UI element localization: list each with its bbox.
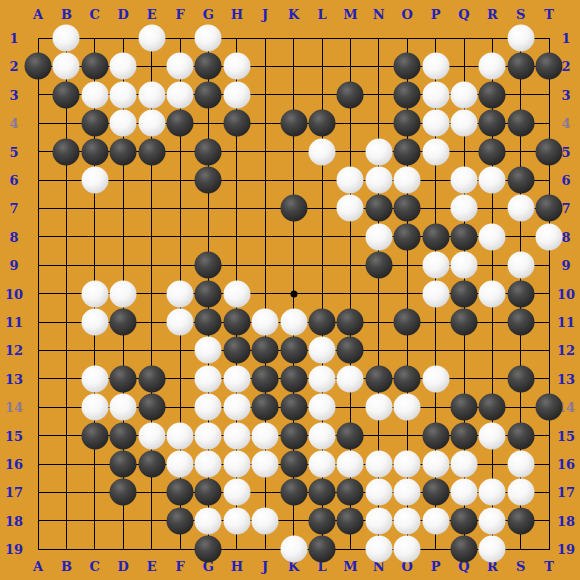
black-stone[interactable] <box>536 53 563 80</box>
column-label: N <box>373 8 385 21</box>
column-label: C <box>90 560 100 573</box>
white-stone[interactable] <box>507 195 534 222</box>
black-stone[interactable] <box>394 195 421 222</box>
black-stone[interactable] <box>110 479 137 506</box>
black-stone[interactable] <box>280 337 307 364</box>
row-label: 10 <box>557 287 575 300</box>
white-stone[interactable] <box>195 422 222 449</box>
row-label: 7 <box>561 202 570 215</box>
white-stone[interactable] <box>110 81 137 108</box>
white-stone[interactable] <box>365 394 392 421</box>
white-stone[interactable] <box>81 394 108 421</box>
white-stone[interactable] <box>451 81 478 108</box>
white-stone[interactable] <box>252 422 279 449</box>
white-stone[interactable] <box>451 479 478 506</box>
row-label: 15 <box>5 429 23 442</box>
white-stone[interactable] <box>280 536 307 563</box>
white-stone[interactable] <box>138 422 165 449</box>
white-stone[interactable] <box>479 507 506 534</box>
black-stone[interactable] <box>81 110 108 137</box>
white-stone[interactable] <box>337 365 364 392</box>
column-label: B <box>61 560 72 573</box>
black-stone[interactable] <box>195 53 222 80</box>
white-stone[interactable] <box>479 536 506 563</box>
row-label: 16 <box>557 458 575 471</box>
black-stone[interactable] <box>337 507 364 534</box>
column-label: D <box>118 560 129 573</box>
column-label: F <box>175 8 184 21</box>
white-stone[interactable] <box>337 167 364 194</box>
white-stone[interactable] <box>451 252 478 279</box>
black-stone[interactable] <box>394 138 421 165</box>
black-stone[interactable] <box>451 223 478 250</box>
white-stone[interactable] <box>223 479 250 506</box>
white-stone[interactable] <box>138 110 165 137</box>
black-stone[interactable] <box>25 53 52 80</box>
column-label: M <box>343 560 357 573</box>
row-label: 3 <box>561 88 570 101</box>
white-stone[interactable] <box>309 422 336 449</box>
column-label: L <box>317 8 326 21</box>
column-label: R <box>487 8 498 21</box>
black-stone[interactable] <box>394 309 421 336</box>
black-stone[interactable] <box>280 451 307 478</box>
white-stone[interactable] <box>167 280 194 307</box>
white-stone[interactable] <box>394 394 421 421</box>
black-stone[interactable] <box>422 223 449 250</box>
white-stone[interactable] <box>536 223 563 250</box>
white-stone[interactable] <box>451 110 478 137</box>
column-label: S <box>516 8 525 21</box>
white-stone[interactable] <box>81 167 108 194</box>
row-label: 2 <box>561 60 570 73</box>
column-label: P <box>431 560 441 573</box>
black-stone[interactable] <box>110 138 137 165</box>
column-label: K <box>288 8 299 21</box>
black-stone[interactable] <box>337 309 364 336</box>
black-stone[interactable] <box>365 195 392 222</box>
row-label: 15 <box>557 429 575 442</box>
row-label: 1 <box>561 32 570 45</box>
white-stone[interactable] <box>167 422 194 449</box>
black-stone[interactable] <box>138 365 165 392</box>
black-stone[interactable] <box>536 195 563 222</box>
black-stone[interactable] <box>110 422 137 449</box>
white-stone[interactable] <box>394 479 421 506</box>
black-stone[interactable] <box>138 451 165 478</box>
white-stone[interactable] <box>365 479 392 506</box>
white-stone[interactable] <box>195 394 222 421</box>
white-stone[interactable] <box>309 337 336 364</box>
column-label: E <box>147 8 157 21</box>
white-stone[interactable] <box>223 53 250 80</box>
black-stone[interactable] <box>422 479 449 506</box>
white-stone[interactable] <box>167 451 194 478</box>
white-stone[interactable] <box>451 167 478 194</box>
black-stone[interactable] <box>451 507 478 534</box>
column-label: F <box>175 560 184 573</box>
column-label: Q <box>458 8 469 21</box>
white-stone[interactable] <box>365 138 392 165</box>
white-stone[interactable] <box>167 309 194 336</box>
black-stone[interactable] <box>138 394 165 421</box>
column-label: T <box>544 8 554 21</box>
black-stone[interactable] <box>223 337 250 364</box>
white-stone[interactable] <box>337 451 364 478</box>
column-label: J <box>262 560 268 573</box>
white-stone[interactable] <box>138 81 165 108</box>
black-stone[interactable] <box>53 138 80 165</box>
white-stone[interactable] <box>223 365 250 392</box>
column-label: H <box>231 560 243 573</box>
white-stone[interactable] <box>479 223 506 250</box>
white-stone[interactable] <box>110 110 137 137</box>
black-stone[interactable] <box>309 536 336 563</box>
black-stone[interactable] <box>195 479 222 506</box>
white-stone[interactable] <box>167 81 194 108</box>
black-stone[interactable] <box>110 309 137 336</box>
row-label: 10 <box>5 287 23 300</box>
row-label: 17 <box>5 486 23 499</box>
white-stone[interactable] <box>479 53 506 80</box>
black-stone[interactable] <box>451 394 478 421</box>
black-stone[interactable] <box>337 422 364 449</box>
row-label: 14 <box>5 401 23 414</box>
white-stone[interactable] <box>479 422 506 449</box>
column-label: J <box>262 8 268 21</box>
column-label: D <box>118 8 129 21</box>
row-label: 2 <box>9 60 18 73</box>
black-stone[interactable] <box>167 507 194 534</box>
black-stone[interactable] <box>394 81 421 108</box>
white-stone[interactable] <box>309 365 336 392</box>
black-stone[interactable] <box>195 536 222 563</box>
white-stone[interactable] <box>309 451 336 478</box>
column-label: A <box>33 560 43 573</box>
white-stone[interactable] <box>479 280 506 307</box>
grid-line-horizontal <box>38 38 550 39</box>
row-label: 5 <box>561 145 570 158</box>
white-stone[interactable] <box>81 365 108 392</box>
row-label: 12 <box>5 344 23 357</box>
row-label: 19 <box>5 543 23 556</box>
black-stone[interactable] <box>309 309 336 336</box>
row-label: 11 <box>557 316 575 329</box>
white-stone[interactable] <box>223 422 250 449</box>
black-stone[interactable] <box>280 365 307 392</box>
white-stone[interactable] <box>422 110 449 137</box>
black-stone[interactable] <box>81 138 108 165</box>
black-stone[interactable] <box>195 309 222 336</box>
black-stone[interactable] <box>451 309 478 336</box>
black-stone[interactable] <box>451 536 478 563</box>
white-stone[interactable] <box>110 394 137 421</box>
white-stone[interactable] <box>195 365 222 392</box>
black-stone[interactable] <box>337 479 364 506</box>
row-label: 4 <box>9 117 18 130</box>
black-stone[interactable] <box>223 110 250 137</box>
row-label: 13 <box>557 372 575 385</box>
column-label: S <box>516 560 525 573</box>
row-label: 5 <box>9 145 18 158</box>
white-stone[interactable] <box>422 280 449 307</box>
white-stone[interactable] <box>81 280 108 307</box>
black-stone[interactable] <box>507 167 534 194</box>
row-label: 9 <box>9 259 18 272</box>
white-stone[interactable] <box>337 195 364 222</box>
white-stone[interactable] <box>223 81 250 108</box>
black-stone[interactable] <box>309 110 336 137</box>
white-stone[interactable] <box>422 507 449 534</box>
white-stone[interactable] <box>280 309 307 336</box>
white-stone[interactable] <box>365 167 392 194</box>
white-stone[interactable] <box>309 138 336 165</box>
white-stone[interactable] <box>422 138 449 165</box>
column-label: A <box>33 8 43 21</box>
black-stone[interactable] <box>309 507 336 534</box>
row-label: 8 <box>561 230 570 243</box>
black-stone[interactable] <box>479 110 506 137</box>
row-label: 3 <box>9 88 18 101</box>
black-stone[interactable] <box>252 394 279 421</box>
row-label: 8 <box>9 230 18 243</box>
white-stone[interactable] <box>309 394 336 421</box>
column-label: C <box>90 8 100 21</box>
black-stone[interactable] <box>394 110 421 137</box>
column-label: G <box>203 8 214 21</box>
column-label: E <box>147 560 157 573</box>
white-stone[interactable] <box>422 451 449 478</box>
black-stone[interactable] <box>536 394 563 421</box>
black-stone[interactable] <box>507 422 534 449</box>
star-point <box>290 290 297 297</box>
black-stone[interactable] <box>280 479 307 506</box>
black-stone[interactable] <box>451 280 478 307</box>
white-stone[interactable] <box>81 81 108 108</box>
column-label: H <box>231 8 243 21</box>
black-stone[interactable] <box>507 53 534 80</box>
white-stone[interactable] <box>394 536 421 563</box>
column-label: B <box>61 8 72 21</box>
black-stone[interactable] <box>195 81 222 108</box>
black-stone[interactable] <box>110 451 137 478</box>
black-stone[interactable] <box>507 280 534 307</box>
black-stone[interactable] <box>81 53 108 80</box>
white-stone[interactable] <box>394 167 421 194</box>
white-stone[interactable] <box>110 280 137 307</box>
row-label: 1 <box>9 32 18 45</box>
row-label: 18 <box>557 514 575 527</box>
black-stone[interactable] <box>138 138 165 165</box>
black-stone[interactable] <box>337 337 364 364</box>
column-label: T <box>544 560 554 573</box>
row-label: 16 <box>5 458 23 471</box>
black-stone[interactable] <box>337 81 364 108</box>
black-stone[interactable] <box>195 280 222 307</box>
white-stone[interactable] <box>110 53 137 80</box>
white-stone[interactable] <box>422 252 449 279</box>
row-label: 6 <box>9 174 18 187</box>
black-stone[interactable] <box>53 81 80 108</box>
row-label: 18 <box>5 514 23 527</box>
white-stone[interactable] <box>365 451 392 478</box>
black-stone[interactable] <box>195 138 222 165</box>
black-stone[interactable] <box>223 309 250 336</box>
white-stone[interactable] <box>252 451 279 478</box>
white-stone[interactable] <box>394 451 421 478</box>
column-label: O <box>402 8 413 21</box>
white-stone[interactable] <box>365 536 392 563</box>
black-stone[interactable] <box>280 394 307 421</box>
white-stone[interactable] <box>53 53 80 80</box>
white-stone[interactable] <box>507 25 534 52</box>
black-stone[interactable] <box>365 252 392 279</box>
black-stone[interactable] <box>195 252 222 279</box>
grid-line-vertical <box>38 38 39 550</box>
white-stone[interactable] <box>479 479 506 506</box>
white-stone[interactable] <box>422 365 449 392</box>
black-stone[interactable] <box>365 365 392 392</box>
white-stone[interactable] <box>507 479 534 506</box>
black-stone[interactable] <box>167 110 194 137</box>
white-stone[interactable] <box>451 195 478 222</box>
black-stone[interactable] <box>507 507 534 534</box>
white-stone[interactable] <box>138 25 165 52</box>
white-stone[interactable] <box>252 507 279 534</box>
white-stone[interactable] <box>507 451 534 478</box>
black-stone[interactable] <box>394 365 421 392</box>
white-stone[interactable] <box>195 337 222 364</box>
white-stone[interactable] <box>223 280 250 307</box>
row-label: 12 <box>557 344 575 357</box>
white-stone[interactable] <box>451 451 478 478</box>
black-stone[interactable] <box>479 394 506 421</box>
white-stone[interactable] <box>223 451 250 478</box>
white-stone[interactable] <box>365 507 392 534</box>
column-label: M <box>343 8 357 21</box>
white-stone[interactable] <box>195 25 222 52</box>
row-label: 6 <box>561 174 570 187</box>
row-label: 4 <box>561 117 570 130</box>
black-stone[interactable] <box>536 138 563 165</box>
black-stone[interactable] <box>280 422 307 449</box>
white-stone[interactable] <box>223 507 250 534</box>
go-board[interactable]: AABBCCDDEEFFGGHHJJKKLLMMNNOOPPQQRRSSTT11… <box>0 0 580 580</box>
white-stone[interactable] <box>422 53 449 80</box>
black-stone[interactable] <box>479 81 506 108</box>
white-stone[interactable] <box>479 167 506 194</box>
black-stone[interactable] <box>195 167 222 194</box>
white-stone[interactable] <box>223 394 250 421</box>
white-stone[interactable] <box>81 309 108 336</box>
black-stone[interactable] <box>394 223 421 250</box>
black-stone[interactable] <box>280 110 307 137</box>
black-stone[interactable] <box>507 309 534 336</box>
black-stone[interactable] <box>252 337 279 364</box>
white-stone[interactable] <box>507 252 534 279</box>
black-stone[interactable] <box>451 422 478 449</box>
white-stone[interactable] <box>53 25 80 52</box>
black-stone[interactable] <box>507 110 534 137</box>
row-label: 17 <box>557 486 575 499</box>
black-stone[interactable] <box>280 195 307 222</box>
black-stone[interactable] <box>252 365 279 392</box>
black-stone[interactable] <box>110 365 137 392</box>
row-label: 11 <box>5 316 23 329</box>
white-stone[interactable] <box>195 451 222 478</box>
white-stone[interactable] <box>167 53 194 80</box>
black-stone[interactable] <box>309 479 336 506</box>
white-stone[interactable] <box>195 507 222 534</box>
column-label: P <box>431 8 441 21</box>
black-stone[interactable] <box>507 365 534 392</box>
white-stone[interactable] <box>422 81 449 108</box>
row-label: 19 <box>557 543 575 556</box>
row-label: 9 <box>561 259 570 272</box>
white-stone[interactable] <box>394 507 421 534</box>
black-stone[interactable] <box>81 422 108 449</box>
white-stone[interactable] <box>365 223 392 250</box>
grid-line-vertical <box>66 38 67 550</box>
row-label: 7 <box>9 202 18 215</box>
black-stone[interactable] <box>479 138 506 165</box>
black-stone[interactable] <box>394 53 421 80</box>
white-stone[interactable] <box>252 309 279 336</box>
black-stone[interactable] <box>167 479 194 506</box>
grid-line-vertical <box>549 38 550 550</box>
row-label: 13 <box>5 372 23 385</box>
black-stone[interactable] <box>422 422 449 449</box>
